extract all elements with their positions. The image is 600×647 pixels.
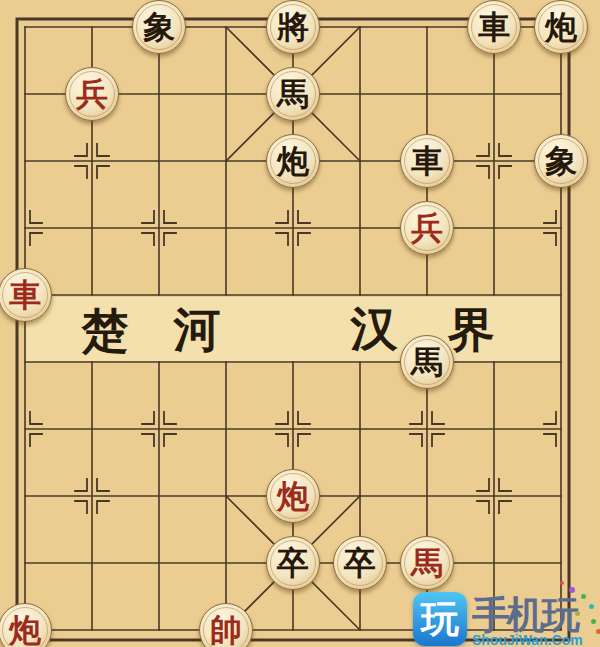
xiangqi-board: 楚 河 汉 界 象將車炮兵馬炮車象兵車馬炮卒卒馬炮帥 玩 手机玩 ShouJiW… xyxy=(0,0,600,647)
piece-black-chariot[interactable]: 車 xyxy=(467,0,521,54)
piece-black-general[interactable]: 將 xyxy=(266,0,320,54)
piece-black-chariot[interactable]: 車 xyxy=(400,134,454,188)
piece-character: 馬 xyxy=(277,78,309,110)
decor-dot xyxy=(560,581,564,585)
piece-black-cannon[interactable]: 炮 xyxy=(534,0,588,54)
piece-character: 炮 xyxy=(545,11,577,43)
piece-black-soldier[interactable]: 卒 xyxy=(333,536,387,590)
decor-dot xyxy=(591,619,596,624)
piece-character: 車 xyxy=(9,279,41,311)
piece-black-elephant[interactable]: 象 xyxy=(534,134,588,188)
piece-red-cannon[interactable]: 炮 xyxy=(266,469,320,523)
piece-character: 象 xyxy=(143,11,175,43)
piece-black-horse[interactable]: 馬 xyxy=(400,335,454,389)
piece-red-chariot[interactable]: 車 xyxy=(0,268,52,322)
piece-character: 車 xyxy=(411,145,443,177)
decor-dot xyxy=(581,594,586,599)
piece-character: 馬 xyxy=(411,346,443,378)
piece-red-horse[interactable]: 馬 xyxy=(400,536,454,590)
watermark-app-icon: 玩 xyxy=(413,592,467,646)
piece-character: 炮 xyxy=(277,145,309,177)
river-label-jie: 界 xyxy=(448,307,495,354)
piece-character: 炮 xyxy=(277,480,309,512)
piece-character: 馬 xyxy=(411,547,443,579)
decor-dot xyxy=(596,629,600,634)
piece-character: 卒 xyxy=(277,547,309,579)
piece-black-horse[interactable]: 馬 xyxy=(266,67,320,121)
piece-red-soldier[interactable]: 兵 xyxy=(65,67,119,121)
watermark-title: 手机玩 xyxy=(472,596,577,634)
piece-character: 炮 xyxy=(9,614,41,646)
river-label-chu: 楚 xyxy=(82,308,129,355)
decor-dot xyxy=(589,604,594,609)
piece-character: 象 xyxy=(545,145,577,177)
watermark-url: ShouJiWan.Com xyxy=(472,633,583,647)
decor-dot xyxy=(569,587,575,593)
piece-red-soldier[interactable]: 兵 xyxy=(400,201,454,255)
piece-black-elephant[interactable]: 象 xyxy=(132,0,186,54)
piece-character: 兵 xyxy=(411,212,443,244)
river-label-han: 汉 xyxy=(351,306,398,353)
piece-black-cannon[interactable]: 炮 xyxy=(266,134,320,188)
piece-character: 將 xyxy=(277,11,309,43)
piece-character: 兵 xyxy=(76,78,108,110)
decor-dot xyxy=(575,611,580,616)
piece-character: 卒 xyxy=(344,547,376,579)
piece-character: 帥 xyxy=(210,614,242,646)
piece-black-soldier[interactable]: 卒 xyxy=(266,536,320,590)
piece-character: 車 xyxy=(478,11,510,43)
river-label-he: 河 xyxy=(174,307,221,354)
